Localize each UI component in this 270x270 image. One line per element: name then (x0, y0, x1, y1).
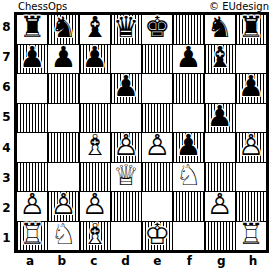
square-e4: ♟♙ (142, 133, 172, 162)
file-label-a: a (14, 253, 46, 269)
piece-black-pawn-f7: ♟♟ (173, 45, 203, 74)
piece-white-king-e1: ♚♔ (142, 222, 172, 251)
piece-white-knight-b1: ♞♘ (48, 222, 78, 251)
piece-white-queen-d3: ♛♕ (111, 163, 141, 192)
file-label-h: h (237, 253, 269, 269)
square-d1 (111, 222, 141, 251)
piece-black-pawn-b7: ♟♟ (48, 45, 78, 74)
piece-white-pawn-h4: ♟♙ (236, 133, 266, 162)
square-c4: ♝♗ (80, 133, 110, 162)
piece-black-pawn-a7: ♟♟ (17, 45, 47, 74)
square-b5 (48, 104, 78, 133)
square-c7: ♟♟ (80, 45, 110, 74)
rank-label-6: 6 (0, 72, 13, 102)
piece-white-bishop-c1: ♝♗ (80, 222, 110, 251)
square-c1: ♝♗ (80, 222, 110, 251)
piece-black-queen-d8: ♛♛ (111, 15, 141, 44)
square-d3: ♛♕ (111, 163, 141, 192)
rank-labels: 87654321 (0, 12, 13, 253)
square-g4 (205, 133, 235, 162)
square-f2 (173, 192, 203, 221)
square-c6 (80, 74, 110, 103)
square-h8: ♜♜ (236, 15, 266, 44)
square-d8: ♛♛ (111, 15, 141, 44)
square-a4 (17, 133, 47, 162)
rank-label-2: 2 (0, 193, 13, 223)
rank-label-5: 5 (0, 102, 13, 132)
square-a1: ♜♖ (17, 222, 47, 251)
piece-black-rook-h8: ♜♜ (236, 15, 266, 44)
file-label-d: d (110, 253, 142, 269)
file-label-e: e (142, 253, 174, 269)
piece-black-king-e8: ♚♚ (142, 15, 172, 44)
square-e6 (142, 74, 172, 103)
chess-diagram: ChessOps © EUdesign 87654321 ♜♜♞♞♝♝♛♛♚♚♞… (0, 0, 270, 270)
board-grid: ♜♜♞♞♝♝♛♛♚♚♞♞♜♜♟♟♟♟♟♟♟♟♝♝♟♟♟♟♟♟♝♗♟♙♟♙♟♟♟♙… (17, 15, 266, 250)
file-label-b: b (46, 253, 78, 269)
square-g5: ♟♟ (205, 104, 235, 133)
square-e1: ♚♔ (142, 222, 172, 251)
rank-label-1: 1 (0, 223, 13, 253)
square-a5 (17, 104, 47, 133)
square-g1 (205, 222, 235, 251)
square-b6 (48, 74, 78, 103)
square-h4: ♟♙ (236, 133, 266, 162)
file-label-g: g (205, 253, 237, 269)
piece-black-pawn-c7: ♟♟ (80, 45, 110, 74)
rank-label-4: 4 (0, 133, 13, 163)
file-labels: abcdefgh (14, 253, 269, 269)
square-d6: ♟♟ (111, 74, 141, 103)
square-a6 (17, 74, 47, 103)
square-b7: ♟♟ (48, 45, 78, 74)
square-e8: ♚♚ (142, 15, 172, 44)
file-label-c: c (78, 253, 110, 269)
piece-black-pawn-d6: ♟♟ (111, 74, 141, 103)
square-e3 (142, 163, 172, 192)
piece-white-rook-h1: ♜♖ (236, 222, 266, 251)
square-h1: ♜♖ (236, 222, 266, 251)
square-e7 (142, 45, 172, 74)
square-h6: ♟♟ (236, 74, 266, 103)
rank-label-8: 8 (0, 12, 13, 42)
piece-black-pawn-g5: ♟♟ (205, 104, 235, 133)
piece-white-bishop-c4: ♝♗ (80, 133, 110, 162)
rank-label-3: 3 (0, 163, 13, 193)
square-g7: ♝♝ (205, 45, 235, 74)
square-b1: ♞♘ (48, 222, 78, 251)
square-a7: ♟♟ (17, 45, 47, 74)
square-b4 (48, 133, 78, 162)
piece-white-rook-a1: ♜♖ (17, 222, 47, 251)
rank-label-7: 7 (0, 42, 13, 72)
square-f3: ♞♘ (173, 163, 203, 192)
square-f7: ♟♟ (173, 45, 203, 74)
piece-white-pawn-g2: ♟♙ (205, 192, 235, 221)
square-f1 (173, 222, 203, 251)
piece-white-pawn-e4: ♟♙ (142, 133, 172, 162)
square-g2: ♟♙ (205, 192, 235, 221)
square-f6 (173, 74, 203, 103)
chess-board: ♜♜♞♞♝♝♛♛♚♚♞♞♜♜♟♟♟♟♟♟♟♟♝♝♟♟♟♟♟♟♝♗♟♙♟♙♟♟♟♙… (14, 12, 269, 253)
square-h3 (236, 163, 266, 192)
piece-black-bishop-g7: ♝♝ (205, 45, 235, 74)
square-d2 (111, 192, 141, 221)
piece-white-knight-f3: ♞♘ (173, 163, 203, 192)
piece-black-pawn-h6: ♟♟ (236, 74, 266, 103)
file-label-f: f (173, 253, 205, 269)
